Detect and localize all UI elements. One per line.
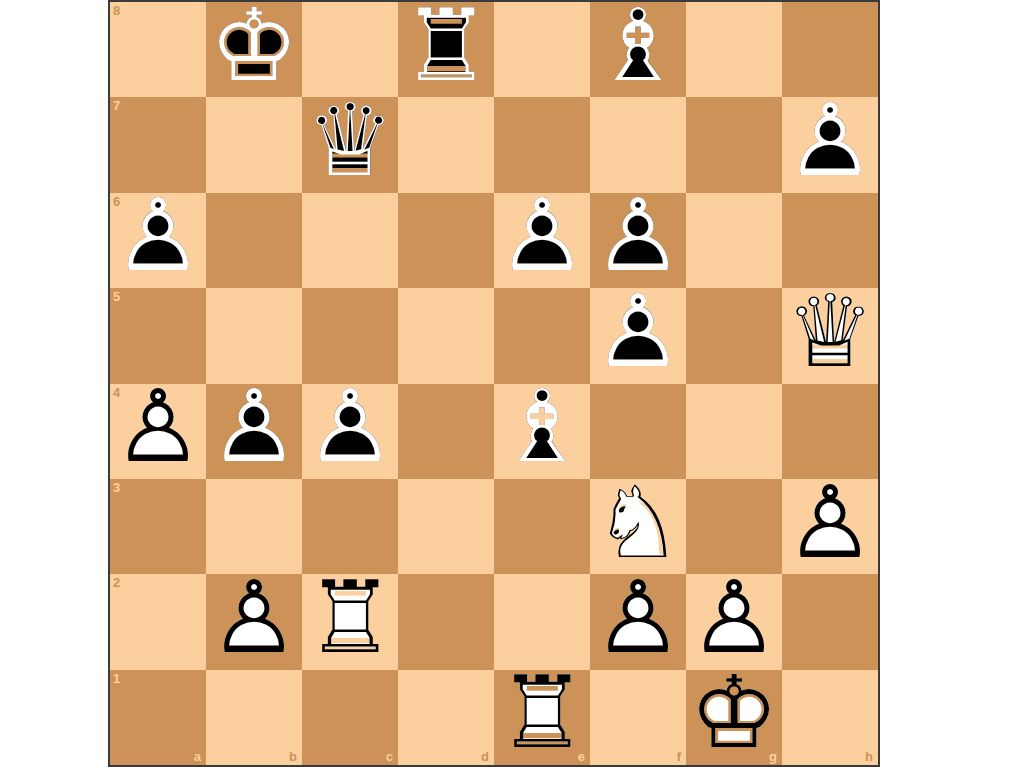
square-e3[interactable] [494, 479, 590, 574]
square-b4[interactable]: ♟♙ [206, 384, 302, 479]
square-d3[interactable] [398, 479, 494, 574]
black-pawn-b4[interactable]: ♟♙ [206, 384, 302, 479]
square-c1[interactable]: c [302, 670, 398, 765]
rank-label-8: 8 [113, 3, 120, 18]
square-a2[interactable]: 2 [110, 574, 206, 669]
square-f1[interactable]: f [590, 670, 686, 765]
file-label-c: c [386, 749, 393, 764]
black-rook-outline-glyph: ♖ [401, 0, 491, 96]
black-pawn-h7[interactable]: ♟♙ [782, 97, 878, 192]
square-e8[interactable] [494, 2, 590, 97]
square-f8[interactable]: ♝♗ [590, 2, 686, 97]
square-a8[interactable]: 8 [110, 2, 206, 97]
white-rook-e1[interactable]: ♜♖ [494, 670, 590, 765]
square-a4[interactable]: 4♟♙ [110, 384, 206, 479]
square-g7[interactable] [686, 97, 782, 192]
black-pawn-a6[interactable]: ♟♙ [110, 193, 206, 288]
white-rook-outline-glyph: ♖ [497, 663, 587, 763]
square-h5[interactable]: ♛♕ [782, 288, 878, 383]
square-a6[interactable]: 6♟♙ [110, 193, 206, 288]
square-g5[interactable] [686, 288, 782, 383]
white-pawn-f2[interactable]: ♟♙ [590, 574, 686, 669]
square-h1[interactable]: h [782, 670, 878, 765]
chess-board: 8♚♔♜♖♝♗7♛♕♟♙6♟♙♟♙♟♙5♟♙♛♕4♟♙♟♙♟♙♝♗3♞♘♟♙2♟… [108, 0, 880, 767]
black-pawn-outline-glyph: ♙ [209, 377, 299, 477]
square-b7[interactable] [206, 97, 302, 192]
white-pawn-outline-glyph: ♙ [689, 568, 779, 668]
file-label-a: a [194, 749, 201, 764]
rank-label-5: 5 [113, 289, 120, 304]
square-g6[interactable] [686, 193, 782, 288]
white-pawn-outline-glyph: ♙ [785, 473, 875, 573]
rank-label-3: 3 [113, 480, 120, 495]
square-b8[interactable]: ♚♔ [206, 2, 302, 97]
black-pawn-outline-glyph: ♙ [593, 186, 683, 286]
white-knight-outline-glyph: ♘ [593, 473, 683, 573]
square-e1[interactable]: e♜♖ [494, 670, 590, 765]
black-pawn-outline-glyph: ♙ [497, 186, 587, 286]
white-queen-outline-glyph: ♕ [785, 282, 875, 382]
black-bishop-outline-glyph: ♗ [497, 377, 587, 477]
white-king-g1[interactable]: ♚♔ [686, 670, 782, 765]
square-a1[interactable]: 1a [110, 670, 206, 765]
square-h3[interactable]: ♟♙ [782, 479, 878, 574]
black-queen-outline-glyph: ♕ [305, 91, 395, 191]
black-pawn-outline-glyph: ♙ [305, 377, 395, 477]
white-pawn-a4[interactable]: ♟♙ [110, 384, 206, 479]
square-c2[interactable]: ♜♖ [302, 574, 398, 669]
black-pawn-c4[interactable]: ♟♙ [302, 384, 398, 479]
white-rook-c2[interactable]: ♜♖ [302, 574, 398, 669]
black-king-b8[interactable]: ♚♔ [206, 2, 302, 97]
black-pawn-f5[interactable]: ♟♙ [590, 288, 686, 383]
white-pawn-b2[interactable]: ♟♙ [206, 574, 302, 669]
square-e6[interactable]: ♟♙ [494, 193, 590, 288]
square-c6[interactable] [302, 193, 398, 288]
black-king-outline-glyph: ♔ [209, 0, 299, 96]
square-d2[interactable] [398, 574, 494, 669]
file-label-f: f [677, 749, 681, 764]
rank-label-7: 7 [113, 98, 120, 113]
file-label-d: d [481, 749, 489, 764]
square-d7[interactable] [398, 97, 494, 192]
square-f2[interactable]: ♟♙ [590, 574, 686, 669]
white-pawn-outline-glyph: ♙ [209, 568, 299, 668]
black-pawn-outline-glyph: ♙ [785, 91, 875, 191]
rank-label-2: 2 [113, 575, 120, 590]
rank-label-1: 1 [113, 671, 120, 686]
square-g1[interactable]: g♚♔ [686, 670, 782, 765]
black-bishop-outline-glyph: ♗ [593, 0, 683, 96]
square-b1[interactable]: b [206, 670, 302, 765]
square-h2[interactable] [782, 574, 878, 669]
square-d6[interactable] [398, 193, 494, 288]
file-label-h: h [865, 749, 873, 764]
white-pawn-h3[interactable]: ♟♙ [782, 479, 878, 574]
black-pawn-outline-glyph: ♙ [113, 186, 203, 286]
page: 8♚♔♜♖♝♗7♛♕♟♙6♟♙♟♙♟♙5♟♙♛♕4♟♙♟♙♟♙♝♗3♞♘♟♙2♟… [0, 0, 1023, 767]
square-c7[interactable]: ♛♕ [302, 97, 398, 192]
white-queen-h5[interactable]: ♛♕ [782, 288, 878, 383]
white-pawn-outline-glyph: ♙ [593, 568, 683, 668]
square-g4[interactable] [686, 384, 782, 479]
black-bishop-f8[interactable]: ♝♗ [590, 2, 686, 97]
black-bishop-e4[interactable]: ♝♗ [494, 384, 590, 479]
square-b6[interactable] [206, 193, 302, 288]
square-f5[interactable]: ♟♙ [590, 288, 686, 383]
square-e4[interactable]: ♝♗ [494, 384, 590, 479]
square-d1[interactable]: d [398, 670, 494, 765]
square-g8[interactable] [686, 2, 782, 97]
black-queen-c7[interactable]: ♛♕ [302, 97, 398, 192]
white-pawn-outline-glyph: ♙ [113, 377, 203, 477]
black-pawn-e6[interactable]: ♟♙ [494, 193, 590, 288]
white-king-outline-glyph: ♔ [689, 663, 779, 763]
black-pawn-outline-glyph: ♙ [593, 282, 683, 382]
square-c4[interactable]: ♟♙ [302, 384, 398, 479]
file-label-b: b [289, 749, 297, 764]
square-d8[interactable]: ♜♖ [398, 2, 494, 97]
square-h7[interactable]: ♟♙ [782, 97, 878, 192]
white-rook-outline-glyph: ♖ [305, 568, 395, 668]
square-d5[interactable] [398, 288, 494, 383]
square-a3[interactable]: 3 [110, 479, 206, 574]
square-d4[interactable] [398, 384, 494, 479]
black-rook-d8[interactable]: ♜♖ [398, 2, 494, 97]
square-b2[interactable]: ♟♙ [206, 574, 302, 669]
